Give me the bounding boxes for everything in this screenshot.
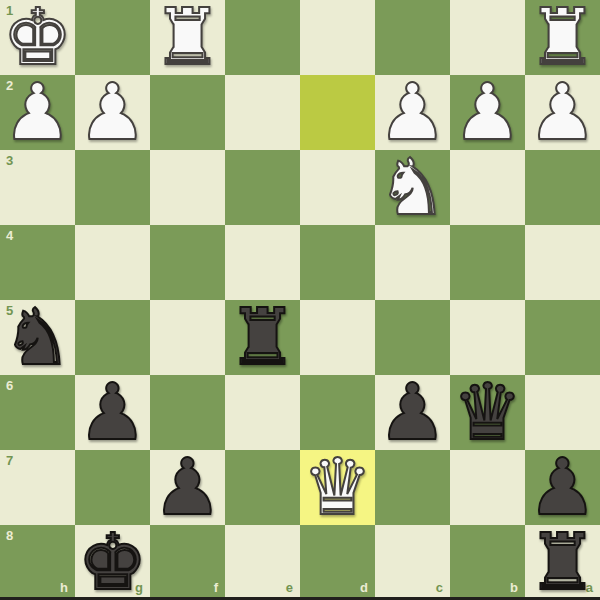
white-pawn[interactable]: ♟ — [528, 75, 598, 150]
square-e2[interactable] — [225, 75, 300, 150]
square-h6[interactable]: 6 — [0, 375, 75, 450]
rank-label-7: 7 — [6, 453, 13, 468]
rank-label-5: 5 — [6, 303, 13, 318]
square-b7[interactable] — [450, 450, 525, 525]
square-a1[interactable]: ♜ — [525, 0, 600, 75]
square-a4[interactable] — [525, 225, 600, 300]
black-rook[interactable]: ♜ — [528, 525, 598, 600]
white-pawn[interactable]: ♟ — [453, 75, 523, 150]
file-label-b: b — [510, 580, 518, 595]
square-c6[interactable]: ♟ — [375, 375, 450, 450]
square-d8[interactable]: d — [300, 525, 375, 600]
square-h1[interactable]: 1♚ — [0, 0, 75, 75]
square-c4[interactable] — [375, 225, 450, 300]
square-a3[interactable] — [525, 150, 600, 225]
square-c8[interactable]: c — [375, 525, 450, 600]
white-pawn[interactable]: ♟ — [378, 75, 448, 150]
square-c7[interactable] — [375, 450, 450, 525]
square-h4[interactable]: 4 — [0, 225, 75, 300]
rank-label-6: 6 — [6, 378, 13, 393]
square-d3[interactable] — [300, 150, 375, 225]
square-b4[interactable] — [450, 225, 525, 300]
square-e5[interactable]: ♜ — [225, 300, 300, 375]
square-a8[interactable]: a♜ — [525, 525, 600, 600]
square-b3[interactable] — [450, 150, 525, 225]
chess-board-container: 1♚♜♜2♟♟♟♟♟3♞45♞♜6♟♟♛7♟♛♟8hg♚fedcba♜ — [0, 0, 600, 600]
square-f7[interactable]: ♟ — [150, 450, 225, 525]
rank-label-4: 4 — [6, 228, 13, 243]
square-a7[interactable]: ♟ — [525, 450, 600, 525]
square-b2[interactable]: ♟ — [450, 75, 525, 150]
square-d2[interactable] — [300, 75, 375, 150]
square-e6[interactable] — [225, 375, 300, 450]
square-g5[interactable] — [75, 300, 150, 375]
square-b1[interactable] — [450, 0, 525, 75]
square-g3[interactable] — [75, 150, 150, 225]
square-e3[interactable] — [225, 150, 300, 225]
square-f2[interactable] — [150, 75, 225, 150]
square-a2[interactable]: ♟ — [525, 75, 600, 150]
square-c3[interactable]: ♞ — [375, 150, 450, 225]
square-h2[interactable]: 2♟ — [0, 75, 75, 150]
square-e8[interactable]: e — [225, 525, 300, 600]
square-g1[interactable] — [75, 0, 150, 75]
square-f5[interactable] — [150, 300, 225, 375]
square-h8[interactable]: 8h — [0, 525, 75, 600]
rank-label-8: 8 — [6, 528, 13, 543]
square-d1[interactable] — [300, 0, 375, 75]
square-h3[interactable]: 3 — [0, 150, 75, 225]
rank-label-2: 2 — [6, 78, 13, 93]
square-g2[interactable]: ♟ — [75, 75, 150, 150]
square-h5[interactable]: 5♞ — [0, 300, 75, 375]
square-g7[interactable] — [75, 450, 150, 525]
square-f4[interactable] — [150, 225, 225, 300]
square-c5[interactable] — [375, 300, 450, 375]
file-label-d: d — [360, 580, 368, 595]
square-a5[interactable] — [525, 300, 600, 375]
file-label-f: f — [214, 580, 218, 595]
square-g6[interactable]: ♟ — [75, 375, 150, 450]
square-b8[interactable]: b — [450, 525, 525, 600]
rank-label-1: 1 — [6, 3, 13, 18]
black-pawn[interactable]: ♟ — [378, 375, 448, 450]
white-rook[interactable]: ♜ — [528, 0, 598, 75]
file-label-h: h — [60, 580, 68, 595]
square-e1[interactable] — [225, 0, 300, 75]
file-label-c: c — [436, 580, 443, 595]
square-f3[interactable] — [150, 150, 225, 225]
square-b5[interactable] — [450, 300, 525, 375]
black-king[interactable]: ♚ — [78, 525, 148, 600]
square-e7[interactable] — [225, 450, 300, 525]
black-pawn[interactable]: ♟ — [78, 375, 148, 450]
square-b6[interactable]: ♛ — [450, 375, 525, 450]
black-pawn[interactable]: ♟ — [153, 450, 223, 525]
square-f1[interactable]: ♜ — [150, 0, 225, 75]
square-h7[interactable]: 7 — [0, 450, 75, 525]
square-g8[interactable]: g♚ — [75, 525, 150, 600]
black-rook[interactable]: ♜ — [228, 300, 298, 375]
square-c2[interactable]: ♟ — [375, 75, 450, 150]
square-g4[interactable] — [75, 225, 150, 300]
black-queen[interactable]: ♛ — [453, 375, 523, 450]
square-d7[interactable]: ♛ — [300, 450, 375, 525]
white-rook[interactable]: ♜ — [153, 0, 223, 75]
rank-label-3: 3 — [6, 153, 13, 168]
square-d6[interactable] — [300, 375, 375, 450]
square-e4[interactable] — [225, 225, 300, 300]
square-c1[interactable] — [375, 0, 450, 75]
square-f8[interactable]: f — [150, 525, 225, 600]
black-pawn[interactable]: ♟ — [528, 450, 598, 525]
chess-board: 1♚♜♜2♟♟♟♟♟3♞45♞♜6♟♟♛7♟♛♟8hg♚fedcba♜ — [0, 0, 600, 600]
file-label-e: e — [286, 580, 293, 595]
square-a6[interactable] — [525, 375, 600, 450]
square-f6[interactable] — [150, 375, 225, 450]
white-knight[interactable]: ♞ — [378, 150, 448, 225]
white-queen[interactable]: ♛ — [303, 450, 373, 525]
square-d5[interactable] — [300, 300, 375, 375]
white-pawn[interactable]: ♟ — [78, 75, 148, 150]
square-d4[interactable] — [300, 225, 375, 300]
